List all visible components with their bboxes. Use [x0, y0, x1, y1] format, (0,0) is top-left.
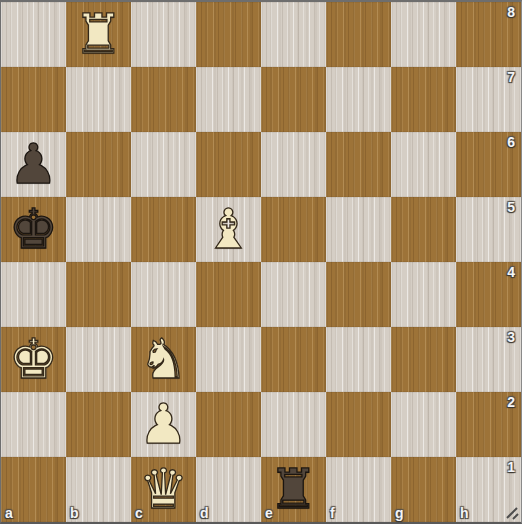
white-pawn[interactable]: ♟ [139, 397, 188, 452]
square-d6[interactable] [196, 132, 261, 197]
square-h6[interactable]: 6 [456, 132, 521, 197]
file-label-d: d [200, 506, 209, 520]
square-e5[interactable] [261, 197, 326, 262]
file-label-b: b [70, 506, 79, 520]
rank-label-5: 5 [507, 200, 515, 214]
square-e2[interactable] [261, 392, 326, 457]
square-c7[interactable] [131, 67, 196, 132]
square-f6[interactable] [326, 132, 391, 197]
square-c6[interactable] [131, 132, 196, 197]
square-f5[interactable] [326, 197, 391, 262]
square-d7[interactable] [196, 67, 261, 132]
resize-handle-icon[interactable] [505, 506, 519, 520]
square-c5[interactable] [131, 197, 196, 262]
board-frame: ♜87♟6♚♝54♚♞3♟2ab♛cd♜efg1h [0, 0, 522, 524]
white-queen[interactable]: ♛ [139, 462, 188, 517]
square-e4[interactable] [261, 262, 326, 327]
square-h4[interactable]: 4 [456, 262, 521, 327]
square-b5[interactable] [66, 197, 131, 262]
rank-label-7: 7 [507, 70, 515, 84]
square-b7[interactable] [66, 67, 131, 132]
square-e8[interactable] [261, 2, 326, 67]
square-d4[interactable] [196, 262, 261, 327]
square-h8[interactable]: 8 [456, 2, 521, 67]
square-f3[interactable] [326, 327, 391, 392]
square-g3[interactable] [391, 327, 456, 392]
square-c8[interactable] [131, 2, 196, 67]
square-b2[interactable] [66, 392, 131, 457]
square-a5[interactable]: ♚ [1, 197, 66, 262]
square-a1[interactable]: a [1, 457, 66, 522]
rank-label-8: 8 [507, 5, 515, 19]
square-f8[interactable] [326, 2, 391, 67]
square-a6[interactable]: ♟ [1, 132, 66, 197]
square-h2[interactable]: 2 [456, 392, 521, 457]
square-b3[interactable] [66, 327, 131, 392]
square-f4[interactable] [326, 262, 391, 327]
white-king[interactable]: ♚ [9, 332, 58, 387]
square-h1[interactable]: 1h [456, 457, 521, 522]
square-g4[interactable] [391, 262, 456, 327]
square-g7[interactable] [391, 67, 456, 132]
square-d2[interactable] [196, 392, 261, 457]
square-d3[interactable] [196, 327, 261, 392]
square-a2[interactable] [1, 392, 66, 457]
square-d8[interactable] [196, 2, 261, 67]
square-f7[interactable] [326, 67, 391, 132]
rank-label-6: 6 [507, 135, 515, 149]
square-g5[interactable] [391, 197, 456, 262]
rank-label-2: 2 [507, 395, 515, 409]
file-label-f: f [330, 506, 335, 520]
square-b6[interactable] [66, 132, 131, 197]
square-h5[interactable]: 5 [456, 197, 521, 262]
square-d1[interactable]: d [196, 457, 261, 522]
square-c4[interactable] [131, 262, 196, 327]
square-g6[interactable] [391, 132, 456, 197]
rank-label-3: 3 [507, 330, 515, 344]
white-rook[interactable]: ♜ [74, 7, 123, 62]
white-knight[interactable]: ♞ [139, 332, 188, 387]
square-e3[interactable] [261, 327, 326, 392]
black-king[interactable]: ♚ [9, 202, 58, 257]
square-c1[interactable]: ♛c [131, 457, 196, 522]
square-h3[interactable]: 3 [456, 327, 521, 392]
square-g1[interactable]: g [391, 457, 456, 522]
square-h7[interactable]: 7 [456, 67, 521, 132]
black-pawn[interactable]: ♟ [9, 137, 58, 192]
file-label-h: h [460, 506, 469, 520]
file-label-g: g [395, 506, 404, 520]
square-c2[interactable]: ♟ [131, 392, 196, 457]
file-label-a: a [5, 506, 13, 520]
black-rook[interactable]: ♜ [269, 462, 318, 517]
square-f2[interactable] [326, 392, 391, 457]
square-d5[interactable]: ♝ [196, 197, 261, 262]
square-e1[interactable]: ♜e [261, 457, 326, 522]
white-bishop[interactable]: ♝ [204, 202, 253, 257]
square-a4[interactable] [1, 262, 66, 327]
square-g8[interactable] [391, 2, 456, 67]
square-a3[interactable]: ♚ [1, 327, 66, 392]
rank-label-4: 4 [507, 265, 515, 279]
rank-label-1: 1 [507, 460, 515, 474]
square-b8[interactable]: ♜ [66, 2, 131, 67]
square-b4[interactable] [66, 262, 131, 327]
square-a8[interactable] [1, 2, 66, 67]
square-b1[interactable]: b [66, 457, 131, 522]
square-a7[interactable] [1, 67, 66, 132]
square-e7[interactable] [261, 67, 326, 132]
square-c3[interactable]: ♞ [131, 327, 196, 392]
chess-board: ♜87♟6♚♝54♚♞3♟2ab♛cd♜efg1h [1, 2, 521, 522]
square-e6[interactable] [261, 132, 326, 197]
square-f1[interactable]: f [326, 457, 391, 522]
square-g2[interactable] [391, 392, 456, 457]
